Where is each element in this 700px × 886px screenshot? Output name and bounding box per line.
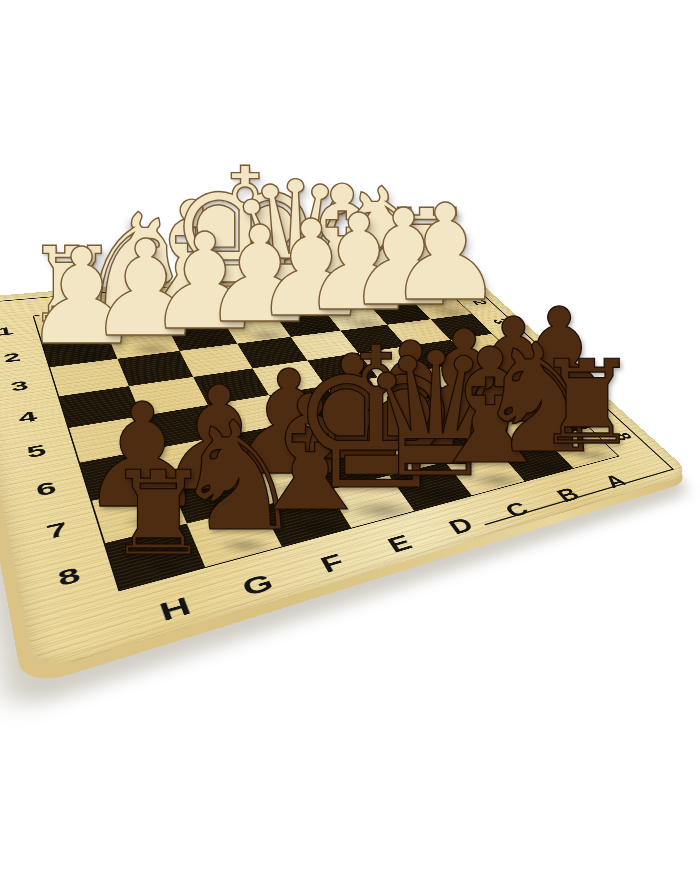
piece-black-rook-a8: ♜	[535, 348, 639, 458]
chess-set-photo: 1234567812345678HGFEDCBA ♜♞♝♚♛♝♞♜♟♟♟♟♟♟♟…	[0, 0, 700, 886]
